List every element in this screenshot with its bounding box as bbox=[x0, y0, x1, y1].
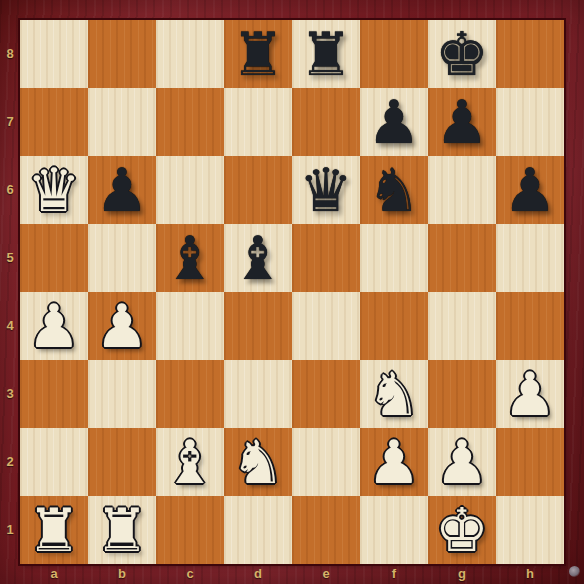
piece-white-pawn[interactable]: ♟ bbox=[95, 292, 149, 360]
rank-label-4: 4 bbox=[0, 292, 20, 360]
square-e3[interactable] bbox=[292, 360, 360, 428]
square-e7[interactable] bbox=[292, 88, 360, 156]
square-a8[interactable] bbox=[20, 20, 88, 88]
square-a5[interactable] bbox=[20, 224, 88, 292]
piece-white-knight[interactable]: ♞ bbox=[231, 428, 285, 496]
square-a4[interactable]: ♟ bbox=[20, 292, 88, 360]
square-h6[interactable]: ♟ bbox=[496, 156, 564, 224]
square-g2[interactable]: ♟ bbox=[428, 428, 496, 496]
square-d8[interactable]: ♜ bbox=[224, 20, 292, 88]
square-f3[interactable]: ♞ bbox=[360, 360, 428, 428]
rank-label-2: 2 bbox=[0, 428, 20, 496]
square-e1[interactable] bbox=[292, 496, 360, 564]
square-d3[interactable] bbox=[224, 360, 292, 428]
piece-black-bishop[interactable]: ♝ bbox=[231, 224, 285, 292]
square-b2[interactable] bbox=[88, 428, 156, 496]
square-f5[interactable] bbox=[360, 224, 428, 292]
square-e8[interactable]: ♜ bbox=[292, 20, 360, 88]
square-a7[interactable] bbox=[20, 88, 88, 156]
square-g6[interactable] bbox=[428, 156, 496, 224]
square-b3[interactable] bbox=[88, 360, 156, 428]
file-label-g: g bbox=[428, 564, 496, 584]
square-f2[interactable]: ♟ bbox=[360, 428, 428, 496]
square-c2[interactable]: ♝ bbox=[156, 428, 224, 496]
square-f7[interactable]: ♟ bbox=[360, 88, 428, 156]
square-c6[interactable] bbox=[156, 156, 224, 224]
square-b5[interactable] bbox=[88, 224, 156, 292]
rank-label-8: 8 bbox=[0, 20, 20, 88]
square-f1[interactable] bbox=[360, 496, 428, 564]
piece-white-pawn[interactable]: ♟ bbox=[435, 428, 489, 496]
board-frame: ♜♜♚♟♟♛♟♛♞♟♝♝♟♟♞♟♝♞♟♟♜♜♚ 87654321abcdefgh bbox=[0, 0, 584, 584]
square-b1[interactable]: ♜ bbox=[88, 496, 156, 564]
square-b7[interactable] bbox=[88, 88, 156, 156]
square-e5[interactable] bbox=[292, 224, 360, 292]
square-g4[interactable] bbox=[428, 292, 496, 360]
rank-label-6: 6 bbox=[0, 156, 20, 224]
square-f4[interactable] bbox=[360, 292, 428, 360]
piece-white-knight[interactable]: ♞ bbox=[367, 360, 421, 428]
piece-black-pawn[interactable]: ♟ bbox=[503, 156, 557, 224]
square-h5[interactable] bbox=[496, 224, 564, 292]
square-b6[interactable]: ♟ bbox=[88, 156, 156, 224]
square-h8[interactable] bbox=[496, 20, 564, 88]
piece-white-pawn[interactable]: ♟ bbox=[367, 428, 421, 496]
square-d7[interactable] bbox=[224, 88, 292, 156]
square-g1[interactable]: ♚ bbox=[428, 496, 496, 564]
square-g3[interactable] bbox=[428, 360, 496, 428]
file-label-d: d bbox=[224, 564, 292, 584]
corner-dot-icon bbox=[569, 566, 580, 577]
square-g5[interactable] bbox=[428, 224, 496, 292]
square-f6[interactable]: ♞ bbox=[360, 156, 428, 224]
piece-white-bishop[interactable]: ♝ bbox=[163, 428, 217, 496]
square-c1[interactable] bbox=[156, 496, 224, 564]
square-h7[interactable] bbox=[496, 88, 564, 156]
chess-board: ♜♜♚♟♟♛♟♛♞♟♝♝♟♟♞♟♝♞♟♟♜♜♚ bbox=[20, 20, 564, 564]
square-d2[interactable]: ♞ bbox=[224, 428, 292, 496]
file-label-e: e bbox=[292, 564, 360, 584]
square-e6[interactable]: ♛ bbox=[292, 156, 360, 224]
square-d6[interactable] bbox=[224, 156, 292, 224]
square-e2[interactable] bbox=[292, 428, 360, 496]
piece-white-pawn[interactable]: ♟ bbox=[503, 360, 557, 428]
square-c8[interactable] bbox=[156, 20, 224, 88]
square-g8[interactable]: ♚ bbox=[428, 20, 496, 88]
file-label-h: h bbox=[496, 564, 564, 584]
piece-white-rook[interactable]: ♜ bbox=[95, 496, 149, 564]
rank-label-3: 3 bbox=[0, 360, 20, 428]
file-label-a: a bbox=[20, 564, 88, 584]
square-c3[interactable] bbox=[156, 360, 224, 428]
piece-black-rook[interactable]: ♜ bbox=[299, 20, 353, 88]
piece-black-pawn[interactable]: ♟ bbox=[435, 88, 489, 156]
square-a6[interactable]: ♛ bbox=[20, 156, 88, 224]
square-h3[interactable]: ♟ bbox=[496, 360, 564, 428]
square-d4[interactable] bbox=[224, 292, 292, 360]
square-h1[interactable] bbox=[496, 496, 564, 564]
square-a1[interactable]: ♜ bbox=[20, 496, 88, 564]
square-c7[interactable] bbox=[156, 88, 224, 156]
piece-black-rook[interactable]: ♜ bbox=[231, 20, 285, 88]
square-g7[interactable]: ♟ bbox=[428, 88, 496, 156]
piece-white-king[interactable]: ♚ bbox=[435, 496, 489, 564]
square-a3[interactable] bbox=[20, 360, 88, 428]
square-a2[interactable] bbox=[20, 428, 88, 496]
square-c4[interactable] bbox=[156, 292, 224, 360]
piece-white-rook[interactable]: ♜ bbox=[27, 496, 81, 564]
piece-black-bishop[interactable]: ♝ bbox=[163, 224, 217, 292]
square-e4[interactable] bbox=[292, 292, 360, 360]
square-b4[interactable]: ♟ bbox=[88, 292, 156, 360]
rank-label-5: 5 bbox=[0, 224, 20, 292]
piece-black-knight[interactable]: ♞ bbox=[367, 156, 421, 224]
square-h2[interactable] bbox=[496, 428, 564, 496]
rank-label-7: 7 bbox=[0, 88, 20, 156]
square-f8[interactable] bbox=[360, 20, 428, 88]
square-d5[interactable]: ♝ bbox=[224, 224, 292, 292]
file-label-f: f bbox=[360, 564, 428, 584]
file-label-c: c bbox=[156, 564, 224, 584]
square-h4[interactable] bbox=[496, 292, 564, 360]
piece-white-queen[interactable]: ♛ bbox=[27, 156, 81, 224]
piece-black-pawn[interactable]: ♟ bbox=[95, 156, 149, 224]
piece-black-pawn[interactable]: ♟ bbox=[367, 88, 421, 156]
square-b8[interactable] bbox=[88, 20, 156, 88]
piece-black-queen[interactable]: ♛ bbox=[299, 156, 353, 224]
square-c5[interactable]: ♝ bbox=[156, 224, 224, 292]
file-label-b: b bbox=[88, 564, 156, 584]
square-d1[interactable] bbox=[224, 496, 292, 564]
piece-white-pawn[interactable]: ♟ bbox=[27, 292, 81, 360]
piece-black-king[interactable]: ♚ bbox=[435, 20, 489, 88]
rank-label-1: 1 bbox=[0, 496, 20, 564]
